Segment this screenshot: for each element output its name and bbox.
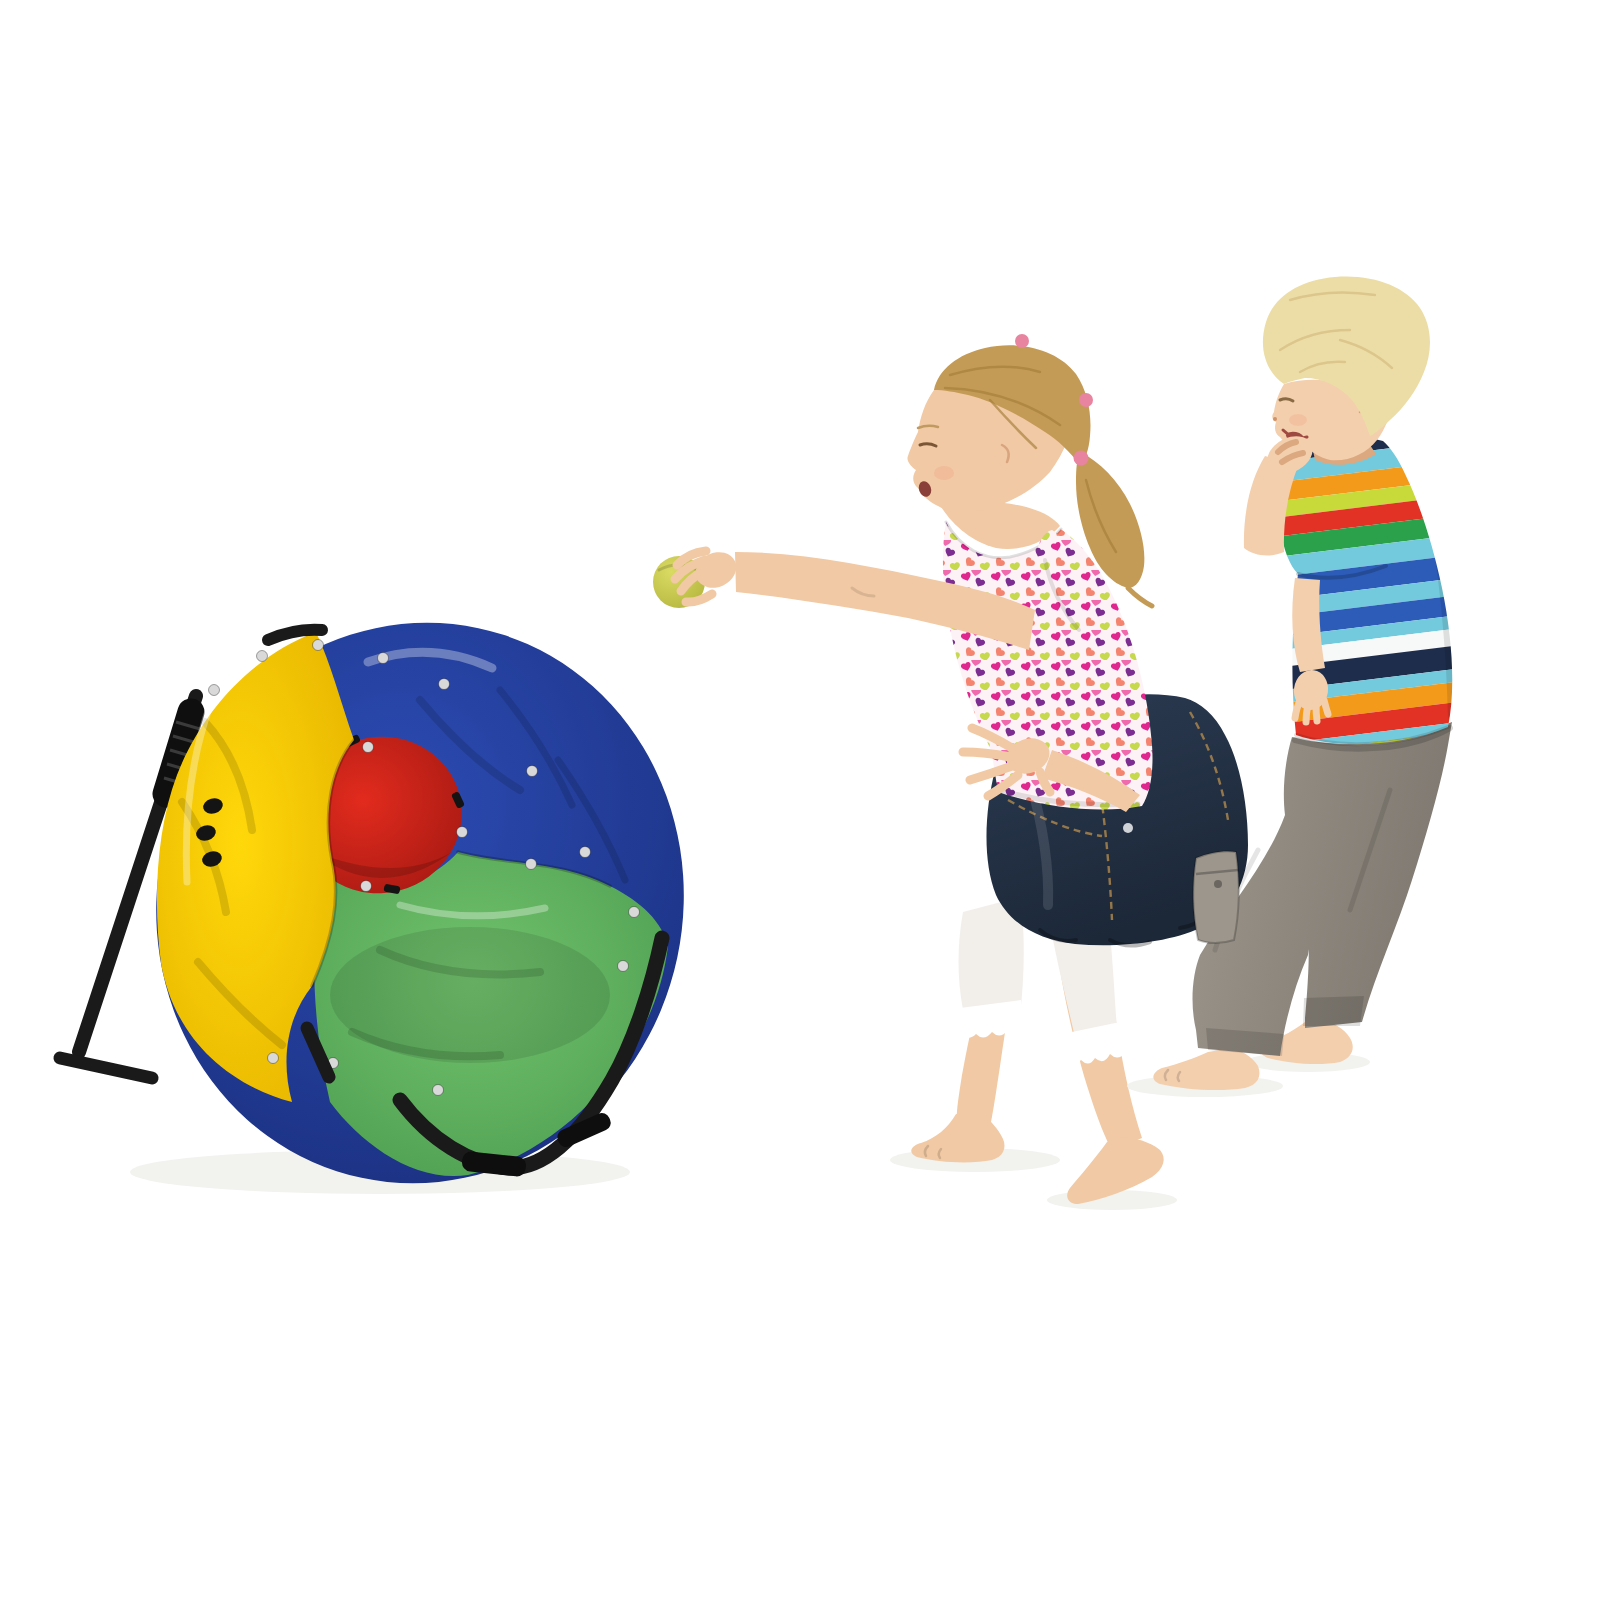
- boy-nostril: [1273, 417, 1277, 421]
- photo: [0, 0, 1600, 1600]
- cargo-pocket-button: [1214, 880, 1222, 888]
- boy-cheek: [1289, 414, 1307, 426]
- girl-cheek: [934, 466, 954, 480]
- skirt-button: [1123, 823, 1133, 833]
- cargo-pocket: [1193, 851, 1239, 943]
- photo-canvas: [0, 0, 1600, 1600]
- far-cuff-roll: [1303, 996, 1364, 1026]
